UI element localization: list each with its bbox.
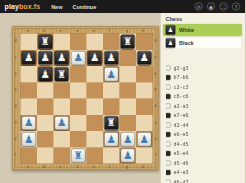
black-pawn-f7[interactable]: ♟ xyxy=(104,51,119,65)
square-f5[interactable] xyxy=(103,82,120,98)
square-f4[interactable] xyxy=(103,99,120,115)
topbar-icons: ⟳◉⛶? xyxy=(195,0,241,13)
file-label-g: g xyxy=(126,164,128,169)
move-row-3[interactable]: c2-c3 xyxy=(166,82,242,92)
rank-label-1: 1 xyxy=(154,152,156,157)
square-b7[interactable]: ♟ xyxy=(37,50,54,66)
help-icon[interactable]: ? xyxy=(232,3,240,11)
rank-label-8: 8 xyxy=(15,39,17,44)
move-text: b7-b6 xyxy=(174,75,189,81)
logo-text-secondary: box.fs xyxy=(19,3,40,11)
file-label-f: f xyxy=(109,29,110,34)
move-row-12[interactable]: e4-e3 xyxy=(166,168,242,178)
white-pawn-a2[interactable]: ♟ xyxy=(22,132,37,146)
sidebar-title: Chess xyxy=(166,16,246,22)
rank-label-5: 5 xyxy=(154,87,156,92)
chess-board-frame: ♜♜♟♟♟♟♟♟♟♟♜♟♟♟♜♟♟♟♟♜♟ aabbccddeeffgghh88… xyxy=(12,26,159,170)
square-c4[interactable] xyxy=(54,99,71,115)
square-e2[interactable] xyxy=(87,131,104,147)
move-row-9[interactable]: d4-d5 xyxy=(166,139,242,149)
black-piece-icon: ♟ xyxy=(166,38,176,48)
square-c6[interactable]: ♜ xyxy=(54,66,71,82)
move-text: c2-c3 xyxy=(174,84,189,90)
white-pawn-f6[interactable]: ♟ xyxy=(104,67,119,81)
logo-text-primary: play xyxy=(5,3,19,11)
square-d7[interactable]: ♟ xyxy=(70,50,87,66)
move-text: e5-e4 xyxy=(174,151,189,157)
move-row-2[interactable]: b7-b6 xyxy=(166,73,242,83)
black-move-icon xyxy=(166,94,171,99)
move-text: d4-d5 xyxy=(174,141,189,147)
black-move-icon xyxy=(166,170,171,175)
square-c7[interactable]: ♟ xyxy=(54,50,71,66)
white-piece-icon: ♟ xyxy=(166,25,176,35)
move-text: a2-a3 xyxy=(174,103,189,109)
square-a4[interactable] xyxy=(21,99,38,115)
move-row-13[interactable]: d6-d7 xyxy=(166,177,242,183)
chess-board: ♜♜♟♟♟♟♟♟♟♟♜♟♟♟♜♟♟♟♟♜♟ xyxy=(20,33,153,164)
white-move-icon xyxy=(166,122,171,127)
square-b1[interactable] xyxy=(37,147,54,163)
move-row-6[interactable]: e7-e6 xyxy=(166,111,242,121)
black-move-icon xyxy=(166,151,171,156)
rank-label-5: 5 xyxy=(15,87,17,92)
square-h7[interactable]: ♟ xyxy=(136,50,153,66)
white-pawn-d7[interactable]: ♟ xyxy=(71,51,86,65)
player-row-black[interactable]: ♟Black xyxy=(163,37,242,49)
player-name: White xyxy=(179,27,194,33)
square-d5[interactable] xyxy=(70,82,87,98)
player-row-white[interactable]: ♟White xyxy=(163,24,242,36)
square-a3[interactable]: ♟ xyxy=(21,115,38,131)
square-c8[interactable] xyxy=(54,34,71,50)
file-label-e: e xyxy=(93,29,95,34)
move-list: g2-g3b7-b6c2-c3c8-c6a2-a3e7-e6d2-d4e6-e5… xyxy=(166,63,242,183)
square-g8[interactable]: ♜ xyxy=(120,34,137,50)
square-d6[interactable] xyxy=(70,66,87,82)
square-h1[interactable] xyxy=(136,147,153,163)
black-rook-f3[interactable]: ♜ xyxy=(104,116,119,130)
square-f6[interactable]: ♟ xyxy=(103,66,120,82)
file-label-b: b xyxy=(43,29,45,34)
app-logo[interactable]: playbox.fs xyxy=(5,3,41,11)
square-a7[interactable]: ♟ xyxy=(21,50,38,66)
move-text: c8-c6 xyxy=(174,94,189,100)
rank-label-7: 7 xyxy=(154,55,156,60)
move-row-10[interactable]: e5-e4 xyxy=(166,149,242,159)
move-row-5[interactable]: a2-a3 xyxy=(166,101,242,111)
rank-label-3: 3 xyxy=(15,120,17,125)
black-rook-g8[interactable]: ♜ xyxy=(121,35,136,49)
file-label-f: f xyxy=(109,164,110,169)
move-text: e6-e5 xyxy=(174,132,189,138)
file-label-d: d xyxy=(76,164,78,169)
square-f7[interactable]: ♟ xyxy=(103,50,120,66)
rank-label-2: 2 xyxy=(15,136,17,141)
square-e4[interactable] xyxy=(87,99,104,115)
square-b3[interactable] xyxy=(37,115,54,131)
square-h2[interactable]: ♟ xyxy=(136,131,153,147)
white-move-icon xyxy=(166,103,171,108)
sync-icon[interactable]: ⟳ xyxy=(195,3,203,11)
file-label-a: a xyxy=(27,29,29,34)
black-pawn-e7[interactable]: ♟ xyxy=(88,51,103,65)
file-label-g: g xyxy=(126,29,128,34)
move-text: e7-e6 xyxy=(174,113,189,119)
move-text: g2-g3 xyxy=(174,65,189,71)
white-pawn-g1[interactable]: ♟ xyxy=(121,148,136,162)
square-b5[interactable] xyxy=(37,82,54,98)
square-a5[interactable] xyxy=(21,82,38,98)
rank-label-1: 1 xyxy=(15,152,17,157)
white-move-icon xyxy=(166,65,171,70)
square-b6[interactable]: ♟ xyxy=(37,66,54,82)
white-pawn-a3[interactable]: ♟ xyxy=(22,116,37,130)
square-b2[interactable] xyxy=(37,131,54,147)
file-label-c: c xyxy=(60,164,62,169)
square-c2[interactable] xyxy=(54,131,71,147)
square-g2[interactable]: ♟ xyxy=(120,131,137,147)
rank-label-4: 4 xyxy=(15,104,17,109)
square-c3[interactable]: ♟ xyxy=(54,115,71,131)
square-h8[interactable] xyxy=(136,34,153,50)
file-label-b: b xyxy=(43,164,45,169)
file-label-d: d xyxy=(76,29,78,34)
rank-label-6: 6 xyxy=(15,71,17,76)
rank-label-6: 6 xyxy=(154,71,156,76)
menu-item-continue[interactable]: Continue xyxy=(72,4,96,10)
black-pawn-c7[interactable]: ♟ xyxy=(55,51,70,65)
square-d2[interactable] xyxy=(70,131,87,147)
square-e3[interactable] xyxy=(87,115,104,131)
black-pawn-b6[interactable]: ♟ xyxy=(38,67,53,81)
white-pawn-h2[interactable]: ♟ xyxy=(137,132,152,146)
black-rook-b8[interactable]: ♜ xyxy=(38,35,53,49)
rank-label-4: 4 xyxy=(154,104,156,109)
square-g5[interactable] xyxy=(120,82,137,98)
square-e8[interactable] xyxy=(87,34,104,50)
rank-label-8: 8 xyxy=(154,39,156,44)
square-c1[interactable] xyxy=(54,147,71,163)
black-pawn-a7[interactable]: ♟ xyxy=(22,51,37,65)
file-label-c: c xyxy=(60,29,62,34)
move-text: d5-d6 xyxy=(174,160,189,166)
fullscreen-icon[interactable]: ⛶ xyxy=(220,3,228,11)
rank-label-7: 7 xyxy=(15,55,17,60)
square-f1[interactable] xyxy=(103,147,120,163)
square-h4[interactable] xyxy=(136,99,153,115)
white-move-icon xyxy=(166,179,171,183)
black-rook-c6[interactable]: ♜ xyxy=(55,67,70,81)
square-d4[interactable] xyxy=(70,99,87,115)
square-g3[interactable] xyxy=(120,115,137,131)
square-h3[interactable] xyxy=(136,115,153,131)
move-row-8[interactable]: e6-e5 xyxy=(166,130,242,140)
file-label-h: h xyxy=(142,29,144,34)
white-rook-d1[interactable]: ♜ xyxy=(71,148,86,162)
square-d3[interactable] xyxy=(70,115,87,131)
black-move-icon xyxy=(166,113,171,118)
file-label-e: e xyxy=(93,164,95,169)
square-e5[interactable] xyxy=(87,82,104,98)
square-b4[interactable] xyxy=(37,99,54,115)
top-bar: playbox.fs NewContinue ⟳◉⛶? xyxy=(0,0,245,13)
square-g7[interactable] xyxy=(120,50,137,66)
move-row-7[interactable]: d2-d4 xyxy=(166,120,242,130)
square-d1[interactable]: ♜ xyxy=(70,147,87,163)
file-label-h: h xyxy=(142,164,144,169)
white-pawn-c3[interactable]: ♟ xyxy=(55,116,70,130)
record-icon[interactable]: ◉ xyxy=(207,3,215,11)
move-text: d2-d4 xyxy=(174,122,189,128)
square-e7[interactable]: ♟ xyxy=(87,50,104,66)
app-window: playbox.fs NewContinue ⟳◉⛶? ♜♜♟♟♟♟♟♟♟♟♜♟… xyxy=(0,0,245,183)
square-b8[interactable]: ♜ xyxy=(37,34,54,50)
move-text: d6-d7 xyxy=(174,179,189,183)
white-move-icon xyxy=(166,84,171,89)
square-g4[interactable] xyxy=(120,99,137,115)
file-label-a: a xyxy=(27,164,29,169)
square-g1[interactable]: ♟ xyxy=(120,147,137,163)
white-move-icon xyxy=(166,160,171,165)
black-move-icon xyxy=(166,75,171,80)
square-e6[interactable] xyxy=(87,66,104,82)
black-pawn-b7[interactable]: ♟ xyxy=(38,51,53,65)
square-f2[interactable]: ♟ xyxy=(103,131,120,147)
rank-label-3: 3 xyxy=(154,120,156,125)
menu-item-new[interactable]: New xyxy=(51,4,62,10)
square-f3[interactable]: ♜ xyxy=(103,115,120,131)
square-c5[interactable] xyxy=(54,82,71,98)
white-pawn-g2[interactable]: ♟ xyxy=(121,132,136,146)
black-pawn-h7[interactable]: ♟ xyxy=(137,51,152,65)
move-row-4[interactable]: c8-c6 xyxy=(166,92,242,102)
player-name: Black xyxy=(179,40,194,46)
square-a6[interactable] xyxy=(21,66,38,82)
black-move-icon xyxy=(166,132,171,137)
square-e1[interactable] xyxy=(87,147,104,163)
rank-label-2: 2 xyxy=(154,136,156,141)
move-row-1[interactable]: g2-g3 xyxy=(166,63,242,73)
square-h5[interactable] xyxy=(136,82,153,98)
square-h6[interactable] xyxy=(136,66,153,82)
move-text: e4-e3 xyxy=(174,170,189,176)
square-d8[interactable] xyxy=(70,34,87,50)
main-menu: NewContinue xyxy=(51,4,96,10)
move-row-11[interactable]: d5-d6 xyxy=(166,158,242,168)
square-f8[interactable] xyxy=(103,34,120,50)
square-a1[interactable] xyxy=(21,147,38,163)
square-a2[interactable]: ♟ xyxy=(21,131,38,147)
sidebar: Chess g2-g3b7-b6c2-c3c8-c6a2-a3e7-e6d2-d… xyxy=(160,13,245,183)
white-move-icon xyxy=(166,141,171,146)
white-pawn-f2[interactable]: ♟ xyxy=(104,132,119,146)
square-g6[interactable] xyxy=(120,66,137,82)
square-a8[interactable] xyxy=(21,34,38,50)
